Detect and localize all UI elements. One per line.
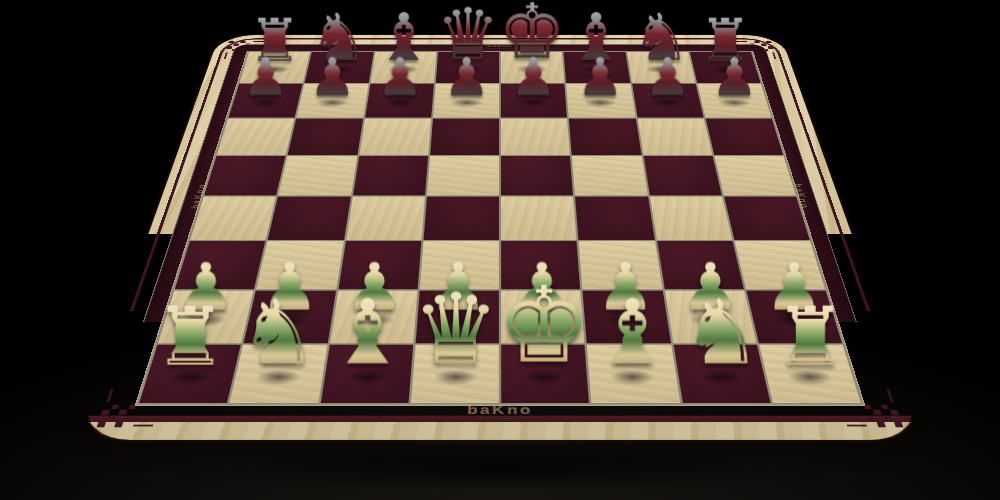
- square-f5[interactable]: [572, 156, 647, 196]
- square-h4[interactable]: [724, 197, 810, 240]
- square-c7[interactable]: ♟: [365, 84, 434, 117]
- square-a7[interactable]: ♟: [229, 84, 303, 117]
- square-g4[interactable]: [650, 197, 732, 240]
- square-h1[interactable]: ♜: [759, 344, 861, 402]
- chess-board: baKno GAMES baKno GAMES baKno GAMES baKn…: [72, 34, 929, 441]
- square-h7[interactable]: ♟: [697, 84, 771, 117]
- square-d5[interactable]: [427, 156, 499, 196]
- square-c1[interactable]: ♝: [320, 344, 413, 402]
- piece-black-pawn[interactable]: ♟: [577, 51, 624, 103]
- square-b4[interactable]: [268, 197, 350, 240]
- piece-black-pawn[interactable]: ♟: [242, 51, 289, 103]
- square-b1[interactable]: ♞: [230, 344, 327, 402]
- square-a4[interactable]: [190, 197, 276, 240]
- square-e5[interactable]: [501, 156, 573, 196]
- piece-black-pawn[interactable]: ♟: [711, 51, 758, 103]
- piece-white-knight[interactable]: ♞: [681, 288, 761, 377]
- square-f6[interactable]: [569, 118, 641, 154]
- square-b5[interactable]: [278, 156, 356, 196]
- square-d7[interactable]: ♟: [433, 84, 499, 117]
- piece-black-pawn[interactable]: ♟: [644, 51, 691, 103]
- square-b6[interactable]: [288, 118, 363, 154]
- piece-white-rook[interactable]: ♜: [773, 297, 846, 378]
- piece-white-bishop[interactable]: ♝: [327, 288, 407, 377]
- square-a5[interactable]: [204, 156, 286, 196]
- piece-white-rook[interactable]: ♜: [154, 297, 227, 378]
- brand-engraving-bottom: baKno GAMES: [112, 403, 889, 420]
- square-c5[interactable]: [353, 156, 428, 196]
- scene: baKno GAMES baKno GAMES baKno GAMES baKn…: [0, 0, 1000, 500]
- square-e4[interactable]: [501, 197, 577, 240]
- piece-white-knight[interactable]: ♞: [239, 288, 319, 377]
- square-g1[interactable]: ♞: [673, 344, 770, 402]
- piece-black-pawn[interactable]: ♟: [309, 51, 356, 103]
- board-border-band: baKno GAMES baKno GAMES baKno GAMES baKn…: [111, 44, 890, 419]
- square-c4[interactable]: [346, 197, 425, 240]
- piece-black-pawn[interactable]: ♟: [443, 51, 490, 103]
- square-e1[interactable]: ♚: [501, 344, 589, 402]
- square-d4[interactable]: [423, 197, 499, 240]
- frame-inlay-line: baKno GAMES baKno GAMES baKno GAMES baKn…: [87, 38, 912, 432]
- square-g6[interactable]: [637, 118, 712, 154]
- piece-black-pawn[interactable]: ♟: [376, 51, 423, 103]
- square-a6[interactable]: [217, 118, 295, 154]
- square-b7[interactable]: ♟: [297, 84, 369, 117]
- square-d6[interactable]: [430, 118, 499, 154]
- square-g7[interactable]: ♟: [632, 84, 704, 117]
- square-e7[interactable]: ♟: [501, 84, 567, 117]
- square-c6[interactable]: [359, 118, 431, 154]
- square-e6[interactable]: [501, 118, 570, 154]
- square-f1[interactable]: ♝: [587, 344, 680, 402]
- square-f7[interactable]: ♟: [566, 84, 635, 117]
- board-grid: ♜♞♝♛♚♝♞♜♟♟♟♟♟♟♟♟♟♟♟♟♟♟♟♟♜♞♝♛♚♝♞♜: [135, 51, 866, 406]
- square-a1[interactable]: ♜: [139, 344, 241, 402]
- piece-black-pawn[interactable]: ♟: [510, 51, 557, 103]
- square-d1[interactable]: ♛: [411, 344, 499, 402]
- square-h6[interactable]: [705, 118, 783, 154]
- square-h5[interactable]: [714, 156, 796, 196]
- board-frame: baKno GAMES baKno GAMES baKno GAMES baKn…: [72, 34, 929, 441]
- piece-white-bishop[interactable]: ♝: [593, 288, 673, 377]
- square-f4[interactable]: [575, 197, 654, 240]
- piece-white-queen[interactable]: ♛: [412, 280, 500, 378]
- piece-white-king[interactable]: ♚: [497, 273, 591, 378]
- square-g5[interactable]: [643, 156, 721, 196]
